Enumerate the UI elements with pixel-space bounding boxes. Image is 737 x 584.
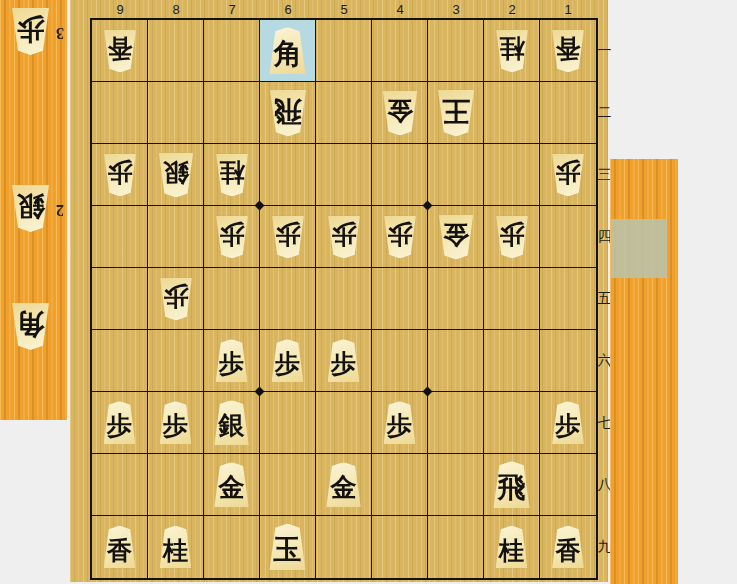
- square-5-3[interactable]: [316, 144, 372, 206]
- square-8-7[interactable]: 歩: [148, 392, 204, 454]
- square-1-4[interactable]: [540, 206, 596, 268]
- piece-gote-lance[interactable]: 香: [550, 29, 587, 72]
- square-4-1[interactable]: [372, 20, 428, 82]
- gote-captured-stand: 歩3銀2角: [0, 0, 67, 420]
- square-1-1[interactable]: 香: [540, 20, 596, 82]
- sente-captured-stand: [610, 159, 678, 584]
- file-label-3: 3: [428, 2, 484, 17]
- square-3-8[interactable]: [428, 454, 484, 516]
- file-label-8: 8: [148, 2, 204, 17]
- square-3-6[interactable]: [428, 330, 484, 392]
- square-2-6[interactable]: [484, 330, 540, 392]
- piece-gote-pawn[interactable]: 歩: [325, 215, 362, 258]
- piece-gote-rook[interactable]: 飛: [267, 89, 309, 136]
- piece-sente-pawn[interactable]: 歩: [325, 339, 362, 382]
- piece-gote-gold[interactable]: 金: [380, 90, 420, 135]
- square-6-8[interactable]: [260, 454, 316, 516]
- rank-label-1: 一: [597, 20, 612, 82]
- square-9-3[interactable]: 歩: [92, 144, 148, 206]
- piece-gote-pawn[interactable]: 歩: [381, 215, 418, 258]
- square-4-6[interactable]: [372, 330, 428, 392]
- piece-sente-pawn[interactable]: 歩: [550, 401, 587, 444]
- square-1-6[interactable]: [540, 330, 596, 392]
- square-8-5[interactable]: 歩: [148, 268, 204, 330]
- shogi-app: 歩3銀2角 987654321 一二三四五六七八九 香角桂香飛金王歩銀桂歩歩歩歩…: [0, 0, 737, 584]
- file-label-4: 4: [372, 2, 428, 17]
- square-4-9[interactable]: [372, 516, 428, 578]
- square-9-1[interactable]: 香: [92, 20, 148, 82]
- piece-sente-silver[interactable]: 銀: [212, 400, 252, 445]
- square-3-2[interactable]: 王: [428, 82, 484, 144]
- square-1-7[interactable]: 歩: [540, 392, 596, 454]
- square-6-9[interactable]: 玉: [260, 516, 316, 578]
- square-5-8[interactable]: 金: [316, 454, 372, 516]
- square-9-8[interactable]: [92, 454, 148, 516]
- file-labels: 987654321: [92, 2, 596, 17]
- square-7-9[interactable]: [204, 516, 260, 578]
- hand-count-gote-pawn: 3: [48, 22, 64, 42]
- square-4-5[interactable]: [372, 268, 428, 330]
- piece-gote-pawn[interactable]: 歩: [101, 153, 138, 196]
- square-7-2[interactable]: [204, 82, 260, 144]
- shogi-board: 987654321 一二三四五六七八九 香角桂香飛金王歩銀桂歩歩歩歩歩金歩歩歩歩…: [70, 0, 608, 582]
- square-1-2[interactable]: [540, 82, 596, 144]
- square-5-4[interactable]: 歩: [316, 206, 372, 268]
- square-8-2[interactable]: [148, 82, 204, 144]
- square-7-5[interactable]: [204, 268, 260, 330]
- square-7-3[interactable]: 桂: [204, 144, 260, 206]
- square-2-4[interactable]: 歩: [484, 206, 540, 268]
- square-2-3[interactable]: [484, 144, 540, 206]
- square-4-2[interactable]: 金: [372, 82, 428, 144]
- square-8-9[interactable]: 桂: [148, 516, 204, 578]
- piece-sente-knight[interactable]: 桂: [493, 526, 530, 569]
- piece-sente-knight[interactable]: 桂: [157, 526, 194, 569]
- square-3-5[interactable]: [428, 268, 484, 330]
- square-8-8[interactable]: [148, 454, 204, 516]
- piece-gote-king[interactable]: 王: [435, 89, 477, 136]
- hand-slot-highlight: [611, 219, 667, 278]
- square-6-5[interactable]: [260, 268, 316, 330]
- piece-sente-rook[interactable]: 飛: [491, 461, 533, 508]
- piece-sente-lance[interactable]: 香: [101, 526, 138, 569]
- piece-gote-gold[interactable]: 金: [436, 214, 476, 259]
- square-7-6[interactable]: 歩: [204, 330, 260, 392]
- square-8-1[interactable]: [148, 20, 204, 82]
- square-9-6[interactable]: [92, 330, 148, 392]
- square-2-7[interactable]: [484, 392, 540, 454]
- square-6-4[interactable]: 歩: [260, 206, 316, 268]
- file-label-2: 2: [484, 2, 540, 17]
- square-8-6[interactable]: [148, 330, 204, 392]
- square-2-8[interactable]: 飛: [484, 454, 540, 516]
- square-1-8[interactable]: [540, 454, 596, 516]
- piece-gote-silver[interactable]: 銀: [156, 152, 196, 197]
- hand-count-gote-silver: 2: [48, 199, 64, 219]
- piece-sente-pawn[interactable]: 歩: [213, 339, 250, 382]
- square-7-1[interactable]: [204, 20, 260, 82]
- piece-sente-pawn[interactable]: 歩: [381, 401, 418, 444]
- piece-gote-lance[interactable]: 香: [101, 29, 138, 72]
- square-5-7[interactable]: [316, 392, 372, 454]
- square-5-6[interactable]: 歩: [316, 330, 372, 392]
- square-5-9[interactable]: [316, 516, 372, 578]
- square-6-6[interactable]: 歩: [260, 330, 316, 392]
- square-5-2[interactable]: [316, 82, 372, 144]
- square-4-4[interactable]: 歩: [372, 206, 428, 268]
- square-3-7[interactable]: [428, 392, 484, 454]
- piece-gote-knight[interactable]: 桂: [213, 153, 250, 196]
- square-2-9[interactable]: 桂: [484, 516, 540, 578]
- square-6-3[interactable]: [260, 144, 316, 206]
- square-9-4[interactable]: [92, 206, 148, 268]
- square-3-1[interactable]: [428, 20, 484, 82]
- square-9-2[interactable]: [92, 82, 148, 144]
- square-7-4[interactable]: 歩: [204, 206, 260, 268]
- square-3-4[interactable]: 金: [428, 206, 484, 268]
- square-9-9[interactable]: 香: [92, 516, 148, 578]
- hand-piece-gote-pawn[interactable]: 歩: [9, 8, 52, 55]
- square-1-5[interactable]: [540, 268, 596, 330]
- square-6-7[interactable]: [260, 392, 316, 454]
- square-8-4[interactable]: [148, 206, 204, 268]
- square-3-9[interactable]: [428, 516, 484, 578]
- piece-gote-pawn[interactable]: 歩: [213, 215, 250, 258]
- square-4-3[interactable]: [372, 144, 428, 206]
- file-label-9: 9: [92, 2, 148, 17]
- file-label-1: 1: [540, 2, 596, 17]
- square-4-7[interactable]: 歩: [372, 392, 428, 454]
- piece-gote-pawn[interactable]: 歩: [550, 153, 587, 196]
- hand-piece-gote-bishop[interactable]: 角: [9, 303, 52, 350]
- piece-gote-pawn[interactable]: 歩: [493, 215, 530, 258]
- square-1-9[interactable]: 香: [540, 516, 596, 578]
- square-2-5[interactable]: [484, 268, 540, 330]
- square-5-1[interactable]: [316, 20, 372, 82]
- piece-sente-bishop[interactable]: 角: [267, 27, 309, 74]
- piece-sente-gold[interactable]: 金: [212, 462, 252, 507]
- piece-sente-lance[interactable]: 香: [550, 526, 587, 569]
- piece-sente-pawn[interactable]: 歩: [269, 339, 306, 382]
- piece-sente-pawn[interactable]: 歩: [101, 401, 138, 444]
- square-7-7[interactable]: 銀: [204, 392, 260, 454]
- rank-label-2: 二: [597, 82, 612, 144]
- square-1-3[interactable]: 歩: [540, 144, 596, 206]
- hand-piece-gote-silver[interactable]: 銀: [9, 185, 52, 232]
- board-grid: 香角桂香飛金王歩銀桂歩歩歩歩歩金歩歩歩歩歩歩歩銀歩歩金金飛香桂玉桂香: [90, 18, 598, 580]
- square-6-1[interactable]: 角: [260, 20, 316, 82]
- square-2-1[interactable]: 桂: [484, 20, 540, 82]
- square-4-8[interactable]: [372, 454, 428, 516]
- piece-gote-pawn[interactable]: 歩: [269, 215, 306, 258]
- square-6-2[interactable]: 飛: [260, 82, 316, 144]
- piece-gote-knight[interactable]: 桂: [493, 29, 530, 72]
- piece-sente-pawn[interactable]: 歩: [157, 401, 194, 444]
- square-9-5[interactable]: [92, 268, 148, 330]
- piece-gote-pawn[interactable]: 歩: [157, 277, 194, 320]
- square-5-5[interactable]: [316, 268, 372, 330]
- piece-sente-gold[interactable]: 金: [324, 462, 364, 507]
- square-8-3[interactable]: 銀: [148, 144, 204, 206]
- square-2-2[interactable]: [484, 82, 540, 144]
- file-label-7: 7: [204, 2, 260, 17]
- square-9-7[interactable]: 歩: [92, 392, 148, 454]
- piece-sente-king[interactable]: 玉: [267, 524, 309, 571]
- square-3-3[interactable]: [428, 144, 484, 206]
- file-label-6: 6: [260, 2, 316, 17]
- square-7-8[interactable]: 金: [204, 454, 260, 516]
- file-label-5: 5: [316, 2, 372, 17]
